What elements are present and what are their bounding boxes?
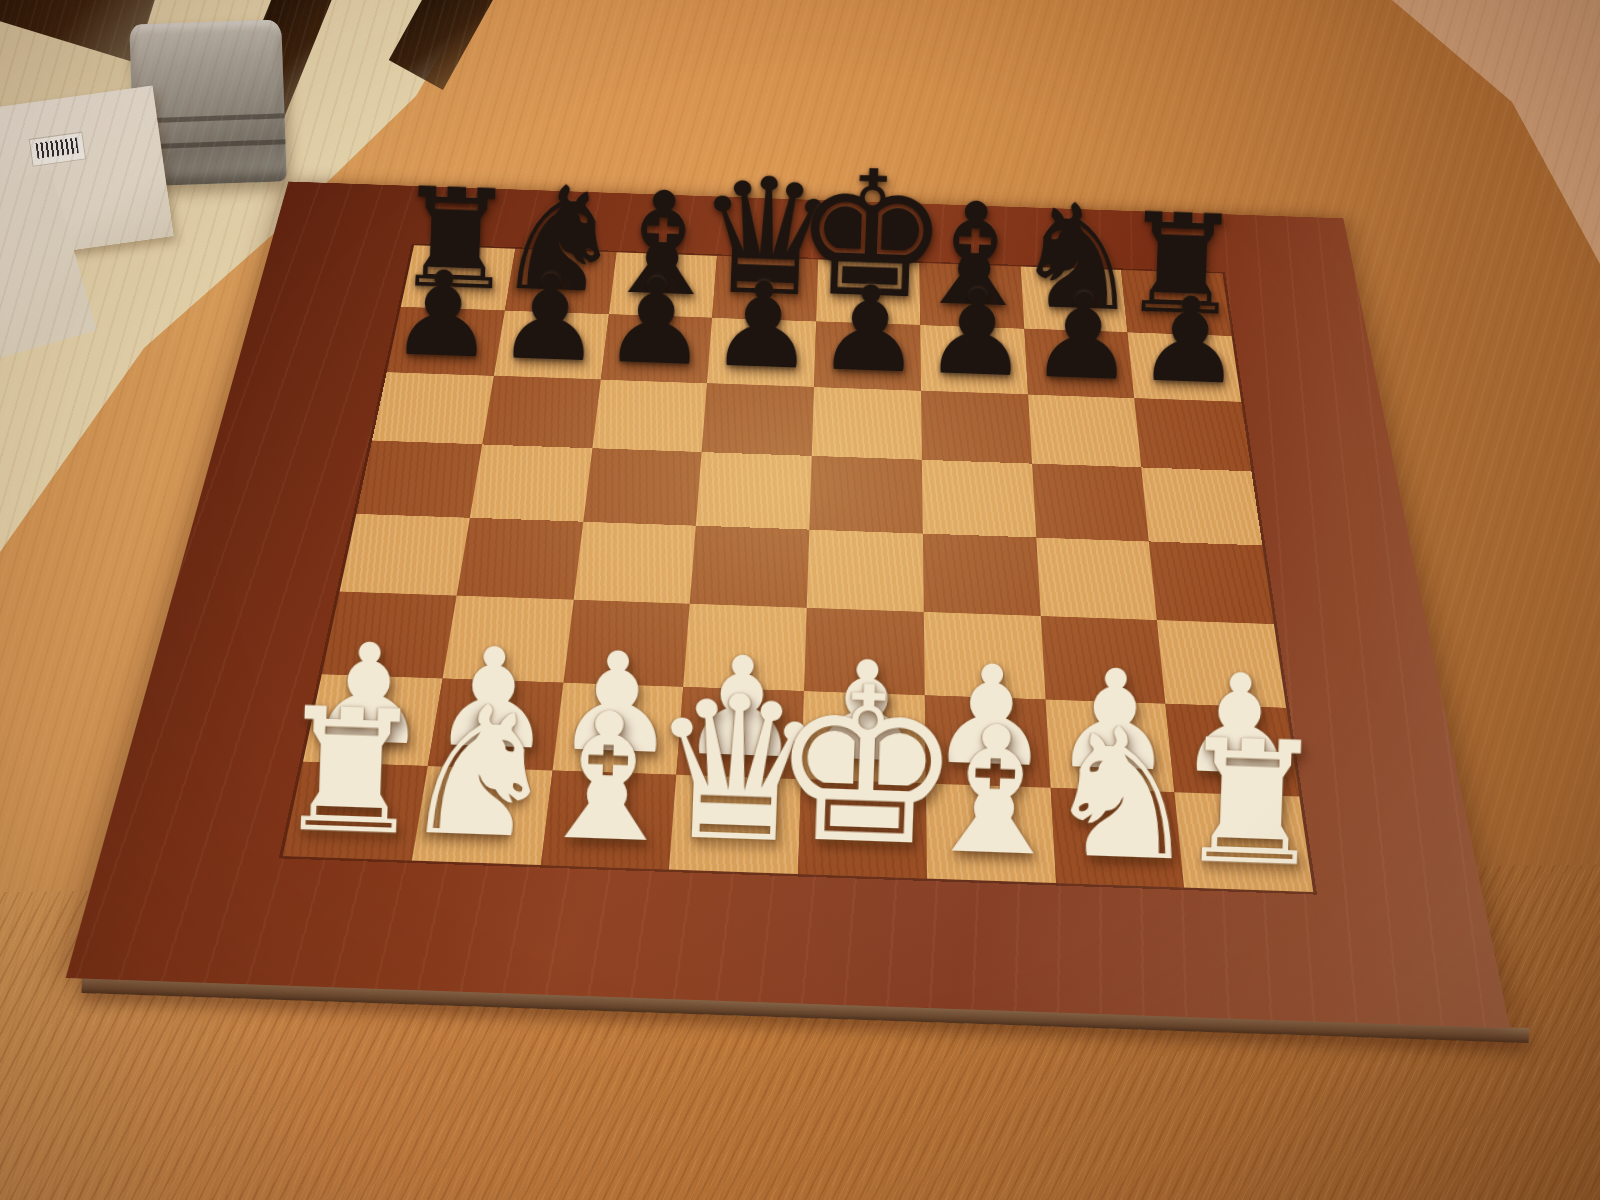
black-pawn[interactable]: ♟ — [388, 253, 497, 374]
square-c6[interactable] — [592, 379, 707, 452]
square-c4[interactable] — [573, 522, 696, 604]
black-pawn[interactable]: ♟ — [815, 268, 924, 389]
square-c7[interactable]: ♟ — [600, 314, 712, 383]
white-rook[interactable]: ♜ — [1172, 716, 1330, 891]
square-b5[interactable] — [470, 445, 592, 522]
playing-area: ♜♞♝♛♚♝♞♜♟♟♟♟♟♟♟♟♟♟♟♟♟♟♟♟♜♞♝♛♚♝♞♜ — [283, 245, 1313, 892]
black-pawn[interactable]: ♟ — [495, 257, 604, 378]
chess-board: ♜♞♝♛♚♝♞♜♟♟♟♟♟♟♟♟♟♟♟♟♟♟♟♟♜♞♝♛♚♝♞♜ — [66, 182, 1510, 1029]
square-e6[interactable] — [812, 387, 922, 460]
square-e7[interactable]: ♟ — [814, 321, 921, 390]
black-pawn[interactable]: ♟ — [708, 265, 817, 386]
square-h1[interactable]: ♜ — [1175, 792, 1314, 892]
board-tilt-wrapper: ♜♞♝♛♚♝♞♜♟♟♟♟♟♟♟♟♟♟♟♟♟♟♟♟♜♞♝♛♚♝♞♜ — [0, 0, 1600, 1200]
square-f7[interactable]: ♟ — [920, 325, 1028, 394]
square-g6[interactable] — [1028, 394, 1142, 467]
square-g4[interactable] — [1036, 537, 1157, 619]
square-d7[interactable]: ♟ — [707, 318, 816, 387]
black-pawn[interactable]: ♟ — [1135, 280, 1244, 401]
square-h6[interactable] — [1134, 398, 1251, 471]
square-f4[interactable] — [923, 534, 1041, 616]
square-g7[interactable]: ♟ — [1024, 329, 1135, 398]
square-c5[interactable] — [583, 448, 702, 525]
square-a5[interactable] — [356, 441, 482, 518]
square-h4[interactable] — [1149, 541, 1274, 624]
square-g5[interactable] — [1032, 464, 1149, 542]
square-a6[interactable] — [372, 372, 494, 445]
square-a7[interactable]: ♟ — [387, 307, 505, 376]
square-d6[interactable] — [702, 383, 814, 456]
square-h5[interactable] — [1142, 468, 1263, 546]
square-f1[interactable]: ♝ — [926, 784, 1056, 883]
board-scene: ♜♞♝♛♚♝♞♜♟♟♟♟♟♟♟♟♟♟♟♟♟♟♟♟♜♞♝♛♚♝♞♜ — [173, 0, 1435, 1170]
square-b4[interactable] — [456, 518, 582, 600]
square-e1[interactable]: ♚ — [798, 779, 927, 878]
black-pawn[interactable]: ♟ — [922, 272, 1031, 393]
black-pawn[interactable]: ♟ — [601, 261, 710, 382]
square-e5[interactable] — [809, 456, 922, 533]
square-g1[interactable]: ♞ — [1050, 788, 1184, 887]
square-f6[interactable] — [921, 391, 1032, 464]
black-pawn[interactable]: ♟ — [1028, 276, 1137, 397]
square-h7[interactable]: ♟ — [1128, 332, 1242, 402]
square-e4[interactable] — [807, 530, 924, 612]
square-b7[interactable]: ♟ — [494, 310, 609, 379]
square-b6[interactable] — [482, 376, 600, 449]
square-a4[interactable] — [340, 514, 470, 596]
square-d4[interactable] — [690, 526, 809, 608]
square-f5[interactable] — [922, 460, 1036, 538]
square-d5[interactable] — [696, 452, 812, 529]
